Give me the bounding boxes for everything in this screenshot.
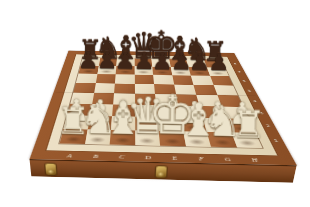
chess-board[interactable]: ♜♞♝♛♚♝♞♜♟♟♟♟♟♟♟♟♟♟♟♟♟♟♟♟♜♞♝♛♚♝♞♜ ABCDEFG… (30, 51, 297, 166)
board-surface: ♜♞♝♛♚♝♞♜♟♟♟♟♟♟♟♟♟♟♟♟♟♟♟♟♜♞♝♛♚♝♞♜ ABCDEFG… (30, 51, 297, 166)
file-label-g: G (214, 156, 242, 162)
brass-clasp-icon (46, 164, 57, 175)
black-pawn[interactable]: ♟ (200, 50, 237, 74)
white-rook[interactable]: ♜ (223, 105, 274, 144)
file-label-h: H (240, 157, 269, 163)
square-h1[interactable]: ♜ (231, 132, 262, 148)
brass-clasp-icon (156, 166, 167, 178)
chess-set-photo: ♜♞♝♛♚♝♞♜♟♟♟♟♟♟♟♟♟♟♟♟♟♟♟♟♜♞♝♛♚♝♞♜ ABCDEFG… (0, 0, 310, 207)
file-label-e: E (161, 155, 188, 161)
file-label-c: C (108, 154, 134, 160)
file-label-f: F (187, 156, 215, 162)
square-h7[interactable]: ♟ (207, 67, 229, 76)
board-grid[interactable]: ♜♞♝♛♚♝♞♜♟♟♟♟♟♟♟♟♟♟♟♟♟♟♟♟♜♞♝♛♚♝♞♜ (60, 58, 263, 148)
file-label-d: D (135, 154, 162, 160)
file-label-b: B (82, 153, 109, 159)
file-label-a: A (56, 153, 83, 159)
square-a6[interactable] (76, 74, 97, 83)
